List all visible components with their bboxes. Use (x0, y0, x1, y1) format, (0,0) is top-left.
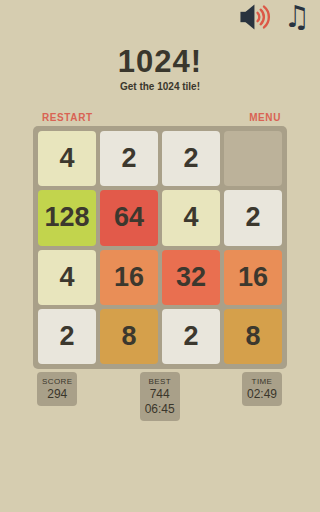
tile-2: 2 (162, 131, 220, 186)
score-panel: SCORE 294 (37, 372, 77, 406)
music-toggle-button[interactable]: ♫ (281, 3, 313, 31)
topbar: ♫ (240, 3, 313, 31)
time-value: 02:49 (247, 387, 277, 402)
tile-16: 16 (224, 250, 282, 305)
restart-button[interactable]: RESTART (42, 112, 93, 123)
tile-8: 8 (224, 309, 282, 364)
board-grid[interactable]: 422128644241632162828 (33, 126, 287, 369)
tile-2: 2 (38, 309, 96, 364)
tile-32: 32 (162, 250, 220, 305)
tile-128: 128 (38, 190, 96, 245)
empty-cell (224, 131, 282, 186)
tile-2: 2 (224, 190, 282, 245)
control-row: RESTART MENU (42, 112, 281, 123)
tile-64: 64 (100, 190, 158, 245)
stat-panels: SCORE 294 BEST 744 06:45 TIME 02:49 (37, 372, 282, 421)
time-label: TIME (247, 376, 277, 387)
best-score-value: 744 (145, 387, 175, 402)
menu-button[interactable]: MENU (249, 112, 281, 123)
tile-4: 4 (162, 190, 220, 245)
sound-toggle-button[interactable] (240, 3, 272, 31)
score-label: SCORE (42, 376, 72, 387)
tile-4: 4 (38, 250, 96, 305)
beamed-music-note-icon: ♫ (284, 3, 311, 31)
tile-4: 4 (38, 131, 96, 186)
speaker-sound-waves-icon (240, 3, 272, 31)
score-value: 294 (42, 387, 72, 402)
best-time-value: 06:45 (145, 402, 175, 417)
page-subtitle: Get the 1024 tile! (0, 81, 320, 92)
game-screen: ♫ 1024! Get the 1024 tile! RESTART MENU … (0, 0, 320, 512)
page-title: 1024! (0, 44, 320, 80)
tile-8: 8 (100, 309, 158, 364)
time-panel: TIME 02:49 (242, 372, 282, 406)
best-panel: BEST 744 06:45 (140, 372, 180, 421)
best-label: BEST (145, 376, 175, 387)
tile-2: 2 (100, 131, 158, 186)
tile-2: 2 (162, 309, 220, 364)
tile-16: 16 (100, 250, 158, 305)
